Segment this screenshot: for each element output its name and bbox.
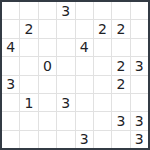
cell-r6c7[interactable] (112, 94, 129, 111)
cell-r7c8-clue: 3 (131, 112, 148, 129)
cell-r7c3[interactable] (39, 112, 56, 129)
cell-r1c4-clue: 3 (57, 2, 74, 19)
cell-r8c8-clue: 3 (131, 131, 148, 148)
cell-r6c8[interactable] (131, 94, 148, 111)
cell-r8c1[interactable] (2, 131, 19, 148)
cell-r5c5[interactable] (76, 76, 93, 93)
cell-r8c2[interactable] (20, 131, 37, 148)
cell-r5c7-clue: 2 (112, 76, 129, 93)
cell-r4c1[interactable] (2, 57, 19, 74)
cell-r2c5[interactable] (76, 20, 93, 37)
cell-r8c7[interactable] (112, 131, 129, 148)
cell-r1c3[interactable] (39, 2, 56, 19)
cell-r8c6[interactable] (94, 131, 111, 148)
cell-r1c6[interactable] (94, 2, 111, 19)
cell-r4c8-clue: 3 (131, 57, 148, 74)
cell-r5c2[interactable] (20, 76, 37, 93)
cell-r1c2[interactable] (20, 2, 37, 19)
cell-r5c4[interactable] (57, 76, 74, 93)
cell-r7c2[interactable] (20, 112, 37, 129)
cell-r7c5[interactable] (76, 112, 93, 129)
cell-r2c1[interactable] (2, 20, 19, 37)
cell-r2c3[interactable] (39, 20, 56, 37)
cell-r1c7[interactable] (112, 2, 129, 19)
cell-r7c7-clue: 3 (112, 112, 129, 129)
cell-r4c7-clue: 2 (112, 57, 129, 74)
cell-r2c6-clue: 2 (94, 20, 111, 37)
cell-r1c8[interactable] (131, 2, 148, 19)
cell-r6c2-clue: 1 (20, 94, 37, 111)
cell-r6c5[interactable] (76, 94, 93, 111)
cell-r6c6[interactable] (94, 94, 111, 111)
cell-r4c6[interactable] (94, 57, 111, 74)
cell-r5c3[interactable] (39, 76, 56, 93)
cell-r6c1[interactable] (2, 94, 19, 111)
cell-r8c4[interactable] (57, 131, 74, 148)
cell-r4c2[interactable] (20, 57, 37, 74)
cell-r7c6[interactable] (94, 112, 111, 129)
cell-r3c3[interactable] (39, 39, 56, 56)
cell-r3c1-clue: 4 (2, 39, 19, 56)
cell-r2c4[interactable] (57, 20, 74, 37)
cell-r1c5[interactable] (76, 2, 93, 19)
cell-r7c4[interactable] (57, 112, 74, 129)
cell-r7c1[interactable] (2, 112, 19, 129)
cell-r3c4[interactable] (57, 39, 74, 56)
puzzle-board: 32224402332133333 (0, 0, 150, 150)
cell-r3c2[interactable] (20, 39, 37, 56)
cell-r2c2-clue: 2 (20, 20, 37, 37)
cell-r4c5[interactable] (76, 57, 93, 74)
cell-r3c6[interactable] (94, 39, 111, 56)
cell-r2c7-clue: 2 (112, 20, 129, 37)
cell-r3c7[interactable] (112, 39, 129, 56)
cell-r3c8[interactable] (131, 39, 148, 56)
cell-r4c4[interactable] (57, 57, 74, 74)
cell-r5c1-clue: 3 (2, 76, 19, 93)
cell-r3c5-clue: 4 (76, 39, 93, 56)
cell-r1c1[interactable] (2, 2, 19, 19)
cell-r4c3-clue: 0 (39, 57, 56, 74)
cell-r6c4-clue: 3 (57, 94, 74, 111)
cell-r2c8[interactable] (131, 20, 148, 37)
cell-r5c8[interactable] (131, 76, 148, 93)
cell-r6c3[interactable] (39, 94, 56, 111)
cell-r8c5-clue: 3 (76, 131, 93, 148)
cell-r8c3[interactable] (39, 131, 56, 148)
cell-r5c6[interactable] (94, 76, 111, 93)
